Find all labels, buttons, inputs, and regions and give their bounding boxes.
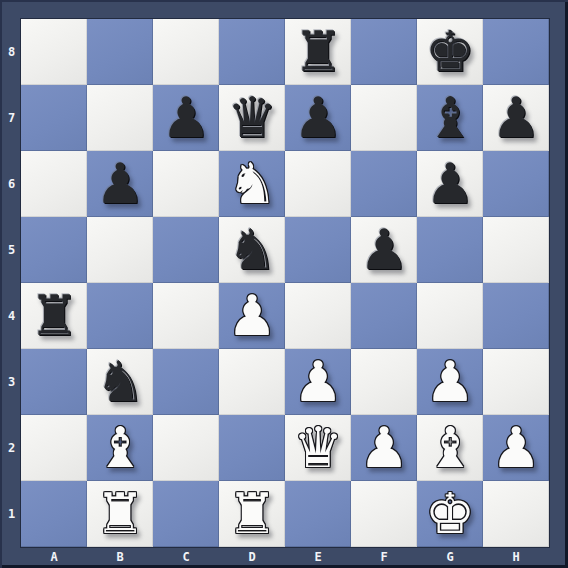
square-e4[interactable] — [285, 283, 351, 349]
rank-label-2: 2 — [2, 415, 21, 481]
square-b1[interactable]: ♜ — [87, 481, 153, 547]
square-g3[interactable]: ♟ — [417, 349, 483, 415]
square-f3[interactable] — [351, 349, 417, 415]
square-a3[interactable] — [21, 349, 87, 415]
square-a7[interactable] — [21, 85, 87, 151]
file-label-g: G — [417, 547, 483, 566]
square-d3[interactable] — [219, 349, 285, 415]
piece-white-pawn-d4[interactable]: ♟ — [227, 283, 277, 349]
square-g8[interactable]: ♚ — [417, 19, 483, 85]
square-b7[interactable] — [87, 85, 153, 151]
square-g1[interactable]: ♚ — [417, 481, 483, 547]
square-b6[interactable]: ♟ — [87, 151, 153, 217]
square-f8[interactable] — [351, 19, 417, 85]
square-h6[interactable] — [483, 151, 549, 217]
square-h8[interactable] — [483, 19, 549, 85]
rank-label-1: 1 — [2, 481, 21, 547]
square-a2[interactable] — [21, 415, 87, 481]
piece-black-pawn-h7[interactable]: ♟ — [491, 85, 541, 151]
square-f7[interactable] — [351, 85, 417, 151]
rank-label-5: 5 — [2, 217, 21, 283]
square-c3[interactable] — [153, 349, 219, 415]
square-h2[interactable]: ♟ — [483, 415, 549, 481]
square-f5[interactable]: ♟ — [351, 217, 417, 283]
rank-label-6: 6 — [2, 151, 21, 217]
chess-board-frame: ♜♚♟♛♟♝♟♟♞♟♞♟♜♟♞♟♟♝♛♟♝♟♜♜♚ 87654321 ABCDE… — [0, 0, 568, 568]
square-g7[interactable]: ♝ — [417, 85, 483, 151]
file-label-e: E — [285, 547, 351, 566]
rank-label-3: 3 — [2, 349, 21, 415]
square-d5[interactable]: ♞ — [219, 217, 285, 283]
piece-white-rook-d1[interactable]: ♜ — [227, 481, 277, 547]
rank-label-7: 7 — [2, 85, 21, 151]
square-b4[interactable] — [87, 283, 153, 349]
file-label-h: H — [483, 547, 549, 566]
square-h7[interactable]: ♟ — [483, 85, 549, 151]
piece-black-king-g8[interactable]: ♚ — [425, 19, 475, 85]
piece-white-bishop-b2[interactable]: ♝ — [95, 415, 145, 481]
piece-white-king-g1[interactable]: ♚ — [425, 481, 475, 547]
square-a8[interactable] — [21, 19, 87, 85]
square-g5[interactable] — [417, 217, 483, 283]
square-c2[interactable] — [153, 415, 219, 481]
square-f2[interactable]: ♟ — [351, 415, 417, 481]
square-f4[interactable] — [351, 283, 417, 349]
square-h3[interactable] — [483, 349, 549, 415]
rank-label-8: 8 — [2, 19, 21, 85]
square-d7[interactable]: ♛ — [219, 85, 285, 151]
file-label-d: D — [219, 547, 285, 566]
file-label-f: F — [351, 547, 417, 566]
piece-black-pawn-g6[interactable]: ♟ — [425, 151, 475, 217]
piece-black-knight-d5[interactable]: ♞ — [227, 217, 277, 283]
square-a1[interactable] — [21, 481, 87, 547]
piece-white-pawn-g3[interactable]: ♟ — [425, 349, 475, 415]
square-a6[interactable] — [21, 151, 87, 217]
square-d2[interactable] — [219, 415, 285, 481]
square-c1[interactable] — [153, 481, 219, 547]
square-b5[interactable] — [87, 217, 153, 283]
square-c6[interactable] — [153, 151, 219, 217]
square-c5[interactable] — [153, 217, 219, 283]
file-label-b: B — [87, 547, 153, 566]
piece-black-pawn-c7[interactable]: ♟ — [161, 85, 211, 151]
piece-white-rook-b1[interactable]: ♜ — [95, 481, 145, 547]
square-h5[interactable] — [483, 217, 549, 283]
square-e5[interactable] — [285, 217, 351, 283]
square-c8[interactable] — [153, 19, 219, 85]
square-e1[interactable] — [285, 481, 351, 547]
square-e3[interactable]: ♟ — [285, 349, 351, 415]
square-f6[interactable] — [351, 151, 417, 217]
square-g2[interactable]: ♝ — [417, 415, 483, 481]
rank-label-4: 4 — [2, 283, 21, 349]
piece-black-pawn-b6[interactable]: ♟ — [95, 151, 145, 217]
square-e6[interactable] — [285, 151, 351, 217]
piece-white-pawn-e3[interactable]: ♟ — [293, 349, 343, 415]
piece-black-queen-d7[interactable]: ♛ — [227, 85, 277, 151]
square-g6[interactable]: ♟ — [417, 151, 483, 217]
square-h1[interactable] — [483, 481, 549, 547]
file-label-c: C — [153, 547, 219, 566]
square-d6[interactable]: ♞ — [219, 151, 285, 217]
piece-white-queen-e2[interactable]: ♛ — [293, 415, 343, 481]
piece-white-pawn-h2[interactable]: ♟ — [491, 415, 541, 481]
piece-white-knight-d6[interactable]: ♞ — [227, 151, 277, 217]
square-a4[interactable]: ♜ — [21, 283, 87, 349]
piece-black-rook-e8[interactable]: ♜ — [293, 19, 343, 85]
piece-black-rook-a4[interactable]: ♜ — [29, 283, 79, 349]
piece-white-pawn-f2[interactable]: ♟ — [359, 415, 409, 481]
piece-black-knight-b3[interactable]: ♞ — [95, 349, 145, 415]
square-e8[interactable]: ♜ — [285, 19, 351, 85]
square-b8[interactable] — [87, 19, 153, 85]
square-b2[interactable]: ♝ — [87, 415, 153, 481]
piece-black-pawn-e7[interactable]: ♟ — [293, 85, 343, 151]
piece-white-bishop-g2[interactable]: ♝ — [425, 415, 475, 481]
square-g4[interactable] — [417, 283, 483, 349]
square-e7[interactable]: ♟ — [285, 85, 351, 151]
square-f1[interactable] — [351, 481, 417, 547]
square-d8[interactable] — [219, 19, 285, 85]
square-a5[interactable] — [21, 217, 87, 283]
square-d4[interactable]: ♟ — [219, 283, 285, 349]
square-b3[interactable]: ♞ — [87, 349, 153, 415]
square-c4[interactable] — [153, 283, 219, 349]
chess-board: ♜♚♟♛♟♝♟♟♞♟♞♟♜♟♞♟♟♝♛♟♝♟♜♜♚ — [21, 19, 549, 547]
piece-black-bishop-g7[interactable]: ♝ — [425, 85, 475, 151]
file-label-a: A — [21, 547, 87, 566]
square-h4[interactable] — [483, 283, 549, 349]
square-c7[interactable]: ♟ — [153, 85, 219, 151]
square-e2[interactable]: ♛ — [285, 415, 351, 481]
square-d1[interactable]: ♜ — [219, 481, 285, 547]
piece-black-pawn-f5[interactable]: ♟ — [359, 217, 409, 283]
